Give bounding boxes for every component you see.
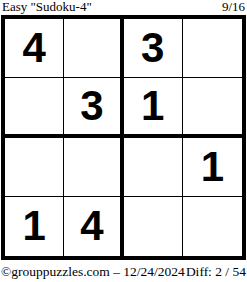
difficulty-text: Diff: 2 / 54 [186,264,246,279]
copyright-text: ©grouppuzzles.com – 12/24/2024 [1,264,185,279]
cell-r4c1[interactable]: 1 [5,197,64,256]
cell-r4c3[interactable] [124,197,183,256]
cell-r4c4[interactable] [183,197,242,256]
sudoku-page: Easy "Sudoku-4" 9/16 4331114 ©grouppuzzl… [0,0,247,282]
sudoku-grid: 4331114 [1,15,246,260]
puzzle-title: Easy "Sudoku-4" [2,0,92,14]
cell-r1c4[interactable] [183,19,242,78]
cell-r1c2[interactable] [64,19,123,78]
puzzle-number: 9/16 [222,0,245,14]
cell-r1c1[interactable]: 4 [5,19,64,78]
cell-r2c3[interactable]: 1 [124,78,183,137]
cell-r3c2[interactable] [64,138,123,197]
cell-r3c3[interactable] [124,138,183,197]
cell-r2c4[interactable] [183,78,242,137]
footer: ©grouppuzzles.com – 12/24/2024 Diff: 2 /… [0,260,247,279]
cell-r4c2[interactable]: 4 [64,197,123,256]
header: Easy "Sudoku-4" 9/16 [0,0,247,15]
cell-r2c2[interactable]: 3 [64,78,123,137]
cell-r3c4[interactable]: 1 [183,138,242,197]
cell-r2c1[interactable] [5,78,64,137]
cell-r1c3[interactable]: 3 [124,19,183,78]
cell-r3c1[interactable] [5,138,64,197]
